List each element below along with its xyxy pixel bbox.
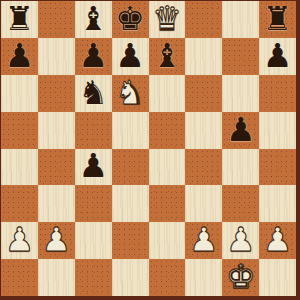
square-c3[interactable] <box>75 185 112 222</box>
square-a7[interactable]: ♟ <box>1 38 38 75</box>
square-g1[interactable]: ♚ <box>222 259 259 296</box>
square-e7[interactable]: ♝ <box>149 38 186 75</box>
piece-white-pawn-a2[interactable]: ♟ <box>5 223 35 256</box>
square-f3[interactable] <box>185 185 222 222</box>
square-h5[interactable] <box>259 112 296 149</box>
square-b7[interactable] <box>38 38 75 75</box>
piece-black-bishop-e7[interactable]: ♝ <box>152 39 182 72</box>
square-f5[interactable] <box>185 112 222 149</box>
piece-black-knight-c6[interactable]: ♞ <box>78 76 108 109</box>
square-f8[interactable] <box>185 1 222 38</box>
square-e8[interactable]: ♛ <box>149 1 186 38</box>
square-a6[interactable] <box>1 75 38 112</box>
square-h6[interactable] <box>259 75 296 112</box>
square-d8[interactable]: ♚ <box>112 1 149 38</box>
square-g6[interactable] <box>222 75 259 112</box>
square-g7[interactable] <box>222 38 259 75</box>
square-c2[interactable] <box>75 222 112 259</box>
piece-white-pawn-g2[interactable]: ♟ <box>226 223 256 256</box>
square-c8[interactable]: ♝ <box>75 1 112 38</box>
square-e5[interactable] <box>149 112 186 149</box>
piece-black-pawn-a7[interactable]: ♟ <box>5 39 35 72</box>
piece-black-bishop-c8[interactable]: ♝ <box>78 2 108 35</box>
square-a5[interactable] <box>1 112 38 149</box>
square-b2[interactable]: ♟ <box>38 222 75 259</box>
piece-black-pawn-d7[interactable]: ♟ <box>115 39 145 72</box>
square-f7[interactable] <box>185 38 222 75</box>
square-f4[interactable] <box>185 149 222 186</box>
square-d4[interactable] <box>112 149 149 186</box>
square-g3[interactable] <box>222 185 259 222</box>
square-f6[interactable] <box>185 75 222 112</box>
square-e4[interactable] <box>149 149 186 186</box>
square-a2[interactable]: ♟ <box>1 222 38 259</box>
square-b3[interactable] <box>38 185 75 222</box>
square-c6[interactable]: ♞ <box>75 75 112 112</box>
square-c1[interactable] <box>75 259 112 296</box>
piece-white-pawn-f2[interactable]: ♟ <box>189 223 219 256</box>
square-c4[interactable]: ♟ <box>75 149 112 186</box>
square-c5[interactable] <box>75 112 112 149</box>
square-h3[interactable] <box>259 185 296 222</box>
square-a8[interactable]: ♜ <box>1 1 38 38</box>
square-h1[interactable] <box>259 259 296 296</box>
square-c7[interactable]: ♟ <box>75 38 112 75</box>
square-g2[interactable]: ♟ <box>222 222 259 259</box>
piece-white-pawn-h2[interactable]: ♟ <box>263 223 293 256</box>
square-b8[interactable] <box>38 1 75 38</box>
square-e6[interactable] <box>149 75 186 112</box>
piece-black-pawn-c4[interactable]: ♟ <box>78 149 108 182</box>
piece-black-king-d8[interactable]: ♚ <box>115 2 145 35</box>
piece-black-rook-h8[interactable]: ♜ <box>263 2 293 35</box>
piece-black-pawn-g5[interactable]: ♟ <box>226 113 256 146</box>
square-e2[interactable] <box>149 222 186 259</box>
square-d7[interactable]: ♟ <box>112 38 149 75</box>
square-g5[interactable]: ♟ <box>222 112 259 149</box>
square-e3[interactable] <box>149 185 186 222</box>
square-b4[interactable] <box>38 149 75 186</box>
square-b6[interactable] <box>38 75 75 112</box>
square-h8[interactable]: ♜ <box>259 1 296 38</box>
square-g4[interactable] <box>222 149 259 186</box>
square-d3[interactable] <box>112 185 149 222</box>
square-h7[interactable]: ♟ <box>259 38 296 75</box>
piece-white-knight-d6[interactable]: ♞ <box>115 76 145 109</box>
chess-board: ♜♝♚♛♜♟♟♟♝♟♞♞♟♟♟♟♟♟♟♚ <box>0 0 300 300</box>
square-a4[interactable] <box>1 149 38 186</box>
square-f2[interactable]: ♟ <box>185 222 222 259</box>
square-d2[interactable] <box>112 222 149 259</box>
square-h4[interactable] <box>259 149 296 186</box>
piece-black-pawn-h7[interactable]: ♟ <box>263 39 293 72</box>
piece-white-pawn-b2[interactable]: ♟ <box>42 223 72 256</box>
square-d6[interactable]: ♞ <box>112 75 149 112</box>
square-a3[interactable] <box>1 185 38 222</box>
square-f1[interactable] <box>185 259 222 296</box>
square-h2[interactable]: ♟ <box>259 222 296 259</box>
piece-white-king-g1[interactable]: ♚ <box>226 260 256 293</box>
square-a1[interactable] <box>1 259 38 296</box>
square-d1[interactable] <box>112 259 149 296</box>
piece-black-rook-a8[interactable]: ♜ <box>5 2 35 35</box>
square-b1[interactable] <box>38 259 75 296</box>
square-b5[interactable] <box>38 112 75 149</box>
piece-white-queen-e8[interactable]: ♛ <box>152 2 182 35</box>
piece-black-pawn-c7[interactable]: ♟ <box>78 39 108 72</box>
square-g8[interactable] <box>222 1 259 38</box>
square-e1[interactable] <box>149 259 186 296</box>
square-d5[interactable] <box>112 112 149 149</box>
